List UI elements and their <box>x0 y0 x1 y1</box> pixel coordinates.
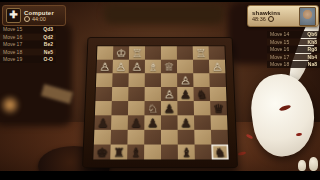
piece-white-knight: ♘ <box>147 102 158 114</box>
move-number: Move 15 <box>270 39 289 45</box>
move-san: Ne5 <box>44 49 53 55</box>
move-san: Qd2 <box>43 34 53 40</box>
piece-white-rook: ♖ <box>195 48 206 59</box>
board-square[interactable]: ♟ <box>94 115 111 129</box>
move-number: Move 16 <box>3 34 22 40</box>
board-square[interactable]: ♙ <box>129 60 145 74</box>
white-clock-value: 44:00 <box>32 16 46 22</box>
move-row: Move 19O-O <box>0 56 56 63</box>
board-square[interactable] <box>128 87 145 101</box>
captured-piece <box>309 157 318 171</box>
piece-white-pawn: ♙ <box>180 75 191 86</box>
board-square[interactable]: ♜ <box>110 145 127 160</box>
clock-icon <box>268 16 274 22</box>
board-square[interactable] <box>193 73 210 87</box>
board-square[interactable]: ♚ <box>93 145 110 160</box>
move-row: Move 16Qd2 <box>0 34 56 41</box>
board-square[interactable]: ♝ <box>178 145 195 160</box>
board-square[interactable]: ♟ <box>161 101 178 115</box>
move-san: Nb4 <box>308 54 317 60</box>
board-square[interactable] <box>112 87 129 101</box>
move-san: Na8 <box>308 61 317 67</box>
piece-black-pawn: ♟ <box>97 117 109 129</box>
move-number: Move 18 <box>270 61 289 67</box>
black-player-clock: 48:36 <box>252 16 281 22</box>
board-square[interactable]: ♙ <box>161 87 177 101</box>
piece-black-king: ♚ <box>96 146 108 158</box>
piece-black-bishop: ♝ <box>130 146 142 158</box>
chess-board: ♔♖♖♙♙♙♗♕♙♙♙♟♞♘♟♛♟♟♟♟♚♜♝♝♞ <box>92 45 229 160</box>
move-number: Move 17 <box>3 41 22 47</box>
board-square[interactable] <box>210 87 227 101</box>
move-number: Move 19 <box>3 56 22 62</box>
board-square[interactable] <box>209 46 225 59</box>
board-square[interactable] <box>127 130 144 145</box>
piece-white-bishop: ♗ <box>147 61 158 72</box>
captured-piece <box>298 160 306 171</box>
move-row: Move 17Be2 <box>0 41 56 48</box>
white-move-list: Move 15Qd3Move 16Qd2Move 17Be2Move 18Ne5… <box>0 26 56 63</box>
board-square[interactable]: ♖ <box>129 46 145 59</box>
board-square[interactable]: ♙ <box>209 60 226 74</box>
white-player-panel: ✚ Computer 44:00 <box>2 5 66 26</box>
move-number: Move 18 <box>3 49 22 55</box>
board-square[interactable]: ♟ <box>177 115 194 129</box>
piece-white-king: ♔ <box>115 48 126 59</box>
game-window: ♔♖♖♙♙♙♗♕♙♙♙♟♞♘♟♛♟♟♟♟♚♜♝♝♞ ✚ Computer 44:… <box>0 0 320 180</box>
board-square[interactable]: ♘ <box>144 101 161 115</box>
piece-white-pawn: ♙ <box>131 61 142 72</box>
move-row: Move 17Nb4 <box>267 54 320 61</box>
move-row: Move 15Kh8 <box>267 39 320 46</box>
board-square[interactable] <box>128 73 144 87</box>
board-square[interactable] <box>112 73 129 87</box>
board-square[interactable] <box>177 60 193 74</box>
board-square[interactable] <box>144 130 161 145</box>
board-square[interactable] <box>97 46 113 59</box>
board-square[interactable] <box>111 101 128 115</box>
board-square[interactable] <box>111 130 128 145</box>
piece-white-pawn: ♙ <box>99 61 110 72</box>
board-square[interactable]: ♞ <box>193 87 210 101</box>
letterbox-bottom <box>0 171 320 180</box>
board-square[interactable] <box>94 130 111 145</box>
piece-black-pawn: ♟ <box>180 117 192 129</box>
board-square[interactable] <box>95 87 112 101</box>
board-square[interactable] <box>161 115 178 129</box>
piece-black-knight: ♞ <box>214 146 226 158</box>
board-square[interactable] <box>194 130 211 145</box>
move-san: Rg8 <box>308 46 317 52</box>
piece-black-pawn: ♟ <box>147 117 158 129</box>
letterbox-top <box>0 0 320 2</box>
board-square[interactable] <box>161 130 178 145</box>
black-player-panel: shawkins 48:36 <box>247 5 319 27</box>
board-square[interactable] <box>193 60 209 74</box>
piece-white-pawn: ♙ <box>212 61 223 72</box>
board-square[interactable] <box>144 145 161 160</box>
board-square[interactable] <box>177 101 194 115</box>
board-square[interactable]: ♙ <box>177 73 193 87</box>
board-square[interactable] <box>161 145 178 160</box>
piece-black-knight: ♞ <box>196 88 207 99</box>
candle-glow <box>0 94 20 116</box>
piece-white-pawn: ♙ <box>115 61 126 72</box>
move-number: Move 16 <box>270 46 289 52</box>
board-square[interactable] <box>209 73 226 87</box>
avatar <box>299 7 316 26</box>
move-san: Qd3 <box>43 26 53 32</box>
piece-black-pawn: ♟ <box>130 117 142 129</box>
board-square[interactable]: ♕ <box>161 60 177 74</box>
board-square[interactable] <box>194 101 211 115</box>
room-scene: ♔♖♖♙♙♙♗♕♙♙♙♟♞♘♟♛♟♟♟♟♚♜♝♝♞ ✚ Computer 44:… <box>0 2 320 171</box>
white-player-icon: ✚ <box>6 8 21 23</box>
board-square[interactable] <box>194 115 211 129</box>
board-square[interactable]: ♗ <box>145 60 161 74</box>
piece-white-pawn: ♙ <box>164 88 175 99</box>
move-row: Move 18Na8 <box>267 61 320 68</box>
board-square[interactable] <box>161 73 177 87</box>
board-square[interactable]: ♙ <box>96 60 112 74</box>
black-clock-value: 48:36 <box>252 16 266 22</box>
piece-white-rook: ♖ <box>131 48 142 59</box>
piece-black-pawn: ♟ <box>180 88 191 99</box>
board-square[interactable]: ♖ <box>193 46 209 59</box>
board-square[interactable] <box>161 46 177 59</box>
piece-black-rook: ♜ <box>113 146 125 158</box>
board-square[interactable]: ♝ <box>127 145 144 160</box>
board-square[interactable] <box>145 87 161 101</box>
move-row: Move 16Rg8 <box>267 46 320 53</box>
move-row: Move 15Qd3 <box>0 26 56 33</box>
board-square[interactable] <box>111 115 128 129</box>
board-square[interactable] <box>178 130 195 145</box>
board-square[interactable] <box>95 101 112 115</box>
white-player-clock: 44:00 <box>24 16 54 22</box>
board-square[interactable]: ♟ <box>144 115 161 129</box>
move-san: O-O <box>44 56 53 62</box>
piece-white-queen: ♕ <box>163 61 174 72</box>
move-san: Qb6 <box>307 31 317 37</box>
board-square[interactable]: ♛ <box>210 101 227 115</box>
piece-black-queen: ♛ <box>213 102 225 114</box>
board-square[interactable]: ♔ <box>113 46 129 59</box>
move-san: Kh8 <box>308 39 317 45</box>
board-square[interactable]: ♟ <box>177 87 194 101</box>
board-square[interactable] <box>145 73 161 87</box>
move-number: Move 15 <box>3 26 22 32</box>
board-square[interactable]: ♟ <box>128 115 145 129</box>
black-move-list: Move 14Qb6Move 15Kh8Move 16Rg8Move 17Nb4… <box>267 31 320 68</box>
board-square[interactable] <box>211 115 228 129</box>
shelf-blur <box>104 4 224 24</box>
move-row: Move 14Qb6 <box>267 31 320 38</box>
piece-black-pawn: ♟ <box>164 102 175 114</box>
move-san: Be2 <box>44 41 53 47</box>
board-square[interactable] <box>177 46 193 59</box>
board-frame: ♔♖♖♙♙♙♗♕♙♙♙♟♞♘♟♛♟♟♟♟♚♜♝♝♞ <box>82 37 238 168</box>
board-square[interactable]: ♞ <box>211 145 228 160</box>
move-row: Move 18Ne5 <box>0 49 56 56</box>
board-square[interactable] <box>145 46 161 59</box>
board-square[interactable] <box>96 73 113 87</box>
board-square[interactable] <box>211 130 228 145</box>
move-number: Move 17 <box>270 54 289 60</box>
clock-icon <box>24 16 30 22</box>
move-number: Move 14 <box>270 31 289 37</box>
piece-black-bishop: ♝ <box>180 146 192 158</box>
board-square[interactable] <box>195 145 212 160</box>
board-square[interactable]: ♙ <box>113 60 129 74</box>
board-square[interactable] <box>128 101 145 115</box>
